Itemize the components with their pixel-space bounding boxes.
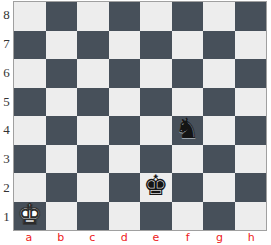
file-label-b: b xyxy=(45,231,77,245)
square-b5[interactable] xyxy=(46,88,78,117)
file-label-f: f xyxy=(172,231,204,245)
square-b4[interactable] xyxy=(46,116,78,145)
square-f3[interactable] xyxy=(172,145,204,174)
square-e6[interactable] xyxy=(140,59,172,88)
rank-label-8: 8 xyxy=(0,1,13,30)
square-g3[interactable] xyxy=(203,145,235,174)
square-d6[interactable] xyxy=(109,59,141,88)
rank-label-1: 1 xyxy=(0,202,13,231)
square-d1[interactable] xyxy=(109,202,141,231)
square-c3[interactable] xyxy=(77,145,109,174)
square-a4[interactable] xyxy=(14,116,46,145)
square-e5[interactable] xyxy=(140,88,172,117)
black-knight[interactable]: ♞ xyxy=(175,116,200,143)
square-f5[interactable] xyxy=(172,88,204,117)
square-d5[interactable] xyxy=(109,88,141,117)
square-h2[interactable] xyxy=(235,173,267,202)
file-label-g: g xyxy=(204,231,236,245)
rank-label-6: 6 xyxy=(0,59,13,88)
file-labels: abcdefgh xyxy=(13,231,267,245)
square-h6[interactable] xyxy=(235,59,267,88)
square-f6[interactable] xyxy=(172,59,204,88)
square-g2[interactable] xyxy=(203,173,235,202)
square-h7[interactable] xyxy=(235,31,267,60)
square-b1[interactable] xyxy=(46,202,78,231)
square-c7[interactable] xyxy=(77,31,109,60)
square-e3[interactable] xyxy=(140,145,172,174)
square-b3[interactable] xyxy=(46,145,78,174)
black-king[interactable]: ♚ xyxy=(143,173,168,200)
file-label-h: h xyxy=(235,231,267,245)
square-c4[interactable] xyxy=(77,116,109,145)
square-f8[interactable] xyxy=(172,2,204,31)
square-b2[interactable] xyxy=(46,173,78,202)
square-a2[interactable] xyxy=(14,173,46,202)
square-g8[interactable] xyxy=(203,2,235,31)
square-d4[interactable] xyxy=(109,116,141,145)
square-g4[interactable] xyxy=(203,116,235,145)
square-a1[interactable]: ♚ xyxy=(14,202,46,231)
rank-labels: 87654321 xyxy=(0,1,13,231)
square-h3[interactable] xyxy=(235,145,267,174)
square-f4[interactable]: ♞ xyxy=(172,116,204,145)
square-h5[interactable] xyxy=(235,88,267,117)
rank-label-2: 2 xyxy=(0,174,13,203)
square-c2[interactable] xyxy=(77,173,109,202)
square-g7[interactable] xyxy=(203,31,235,60)
square-g1[interactable] xyxy=(203,202,235,231)
square-f7[interactable] xyxy=(172,31,204,60)
rank-label-7: 7 xyxy=(0,30,13,59)
rank-label-3: 3 xyxy=(0,145,13,174)
square-g5[interactable] xyxy=(203,88,235,117)
square-h8[interactable] xyxy=(235,2,267,31)
square-g6[interactable] xyxy=(203,59,235,88)
square-c6[interactable] xyxy=(77,59,109,88)
square-a5[interactable] xyxy=(14,88,46,117)
square-a8[interactable] xyxy=(14,2,46,31)
square-b8[interactable] xyxy=(46,2,78,31)
rank-label-4: 4 xyxy=(0,116,13,145)
square-b7[interactable] xyxy=(46,31,78,60)
square-d2[interactable] xyxy=(109,173,141,202)
square-f2[interactable] xyxy=(172,173,204,202)
file-label-a: a xyxy=(13,231,45,245)
square-e7[interactable] xyxy=(140,31,172,60)
square-e8[interactable] xyxy=(140,2,172,31)
square-h4[interactable] xyxy=(235,116,267,145)
square-e4[interactable] xyxy=(140,116,172,145)
file-label-e: e xyxy=(140,231,172,245)
square-a3[interactable] xyxy=(14,145,46,174)
square-f1[interactable] xyxy=(172,202,204,231)
square-e1[interactable] xyxy=(140,202,172,231)
square-c1[interactable] xyxy=(77,202,109,231)
square-h1[interactable] xyxy=(235,202,267,231)
square-a7[interactable] xyxy=(14,31,46,60)
square-c8[interactable] xyxy=(77,2,109,31)
square-c5[interactable] xyxy=(77,88,109,117)
file-label-d: d xyxy=(108,231,140,245)
chess-diagram: 87654321 ♞♚♚ abcdefgh xyxy=(0,0,271,245)
square-a6[interactable] xyxy=(14,59,46,88)
square-d7[interactable] xyxy=(109,31,141,60)
rank-label-5: 5 xyxy=(0,87,13,116)
square-d3[interactable] xyxy=(109,145,141,174)
square-e2[interactable]: ♚ xyxy=(140,173,172,202)
square-d8[interactable] xyxy=(109,2,141,31)
file-label-c: c xyxy=(77,231,109,245)
white-king[interactable]: ♚ xyxy=(17,202,42,229)
board: ♞♚♚ xyxy=(13,1,267,231)
square-b6[interactable] xyxy=(46,59,78,88)
